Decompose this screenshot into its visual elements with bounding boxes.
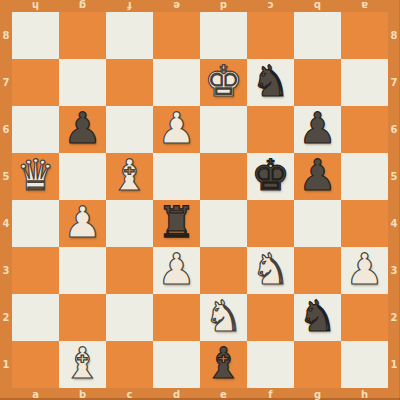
square-h7[interactable] [341,59,388,106]
square-h5[interactable] [341,153,388,200]
rank-label-4: 4 [388,200,400,247]
square-h2[interactable] [341,294,388,341]
square-a5[interactable]: ♛ [12,153,59,200]
square-f5[interactable]: ♚ [247,153,294,200]
square-b8[interactable] [59,12,106,59]
file-labels-bottom: abcdefgh [12,388,388,400]
white-pawn[interactable]: ♟ [157,105,196,152]
square-c5[interactable]: ♝ [106,153,153,200]
square-h6[interactable] [341,106,388,153]
file-label-b: b [59,388,106,400]
file-label-a: a [12,388,59,400]
square-g4[interactable] [294,200,341,247]
black-bishop[interactable]: ♝ [204,340,243,387]
square-f2[interactable] [247,294,294,341]
square-b2[interactable] [59,294,106,341]
white-knight[interactable]: ♞ [204,293,243,340]
file-label-d: d [153,388,200,400]
square-c2[interactable] [106,294,153,341]
white-knight[interactable]: ♞ [251,246,290,293]
rank-label-7: 7 [0,59,12,106]
square-d4[interactable]: ♜ [153,200,200,247]
square-d8[interactable] [153,12,200,59]
rank-labels-left: 87654321 [0,12,12,388]
square-h4[interactable] [341,200,388,247]
square-a8[interactable] [12,12,59,59]
file-label-d: d [200,0,247,12]
square-h8[interactable] [341,12,388,59]
file-label-e: e [200,388,247,400]
black-pawn[interactable]: ♟ [298,105,337,152]
file-label-h: h [341,388,388,400]
square-b6[interactable]: ♟ [59,106,106,153]
square-a4[interactable] [12,200,59,247]
square-a7[interactable] [12,59,59,106]
chess-board: ♚♞♟♟♟♛♝♚♟♟♜♟♞♟♞♞♝♝ [12,12,388,388]
square-c3[interactable] [106,247,153,294]
rank-label-6: 6 [0,106,12,153]
black-pawn[interactable]: ♟ [63,105,102,152]
black-knight[interactable]: ♞ [298,293,337,340]
file-label-g: g [59,0,106,12]
square-h3[interactable]: ♟ [341,247,388,294]
rank-label-3: 3 [388,247,400,294]
white-queen[interactable]: ♛ [16,152,55,199]
chess-board-frame: hgfedcba 87654321 87654321 abcdefgh ♚♞♟♟… [0,0,400,400]
square-c8[interactable] [106,12,153,59]
square-g5[interactable]: ♟ [294,153,341,200]
square-d3[interactable]: ♟ [153,247,200,294]
white-bishop[interactable]: ♝ [63,340,102,387]
square-g2[interactable]: ♞ [294,294,341,341]
file-label-e: e [153,0,200,12]
black-knight[interactable]: ♞ [251,58,290,105]
rank-label-5: 5 [388,153,400,200]
square-a3[interactable] [12,247,59,294]
square-b4[interactable]: ♟ [59,200,106,247]
square-h1[interactable] [341,341,388,388]
white-pawn[interactable]: ♟ [63,199,102,246]
square-d2[interactable] [153,294,200,341]
square-d1[interactable] [153,341,200,388]
rank-label-4: 4 [0,200,12,247]
file-label-h: h [12,0,59,12]
square-e7[interactable]: ♚ [200,59,247,106]
square-f7[interactable]: ♞ [247,59,294,106]
black-rook[interactable]: ♜ [157,199,196,246]
file-label-f: f [106,0,153,12]
square-g7[interactable] [294,59,341,106]
square-b7[interactable] [59,59,106,106]
square-d7[interactable] [153,59,200,106]
square-c7[interactable] [106,59,153,106]
file-label-g: g [294,388,341,400]
rank-label-7: 7 [388,59,400,106]
square-c4[interactable] [106,200,153,247]
file-label-f: f [247,388,294,400]
square-e8[interactable] [200,12,247,59]
black-king[interactable]: ♚ [251,152,290,199]
file-label-c: c [106,388,153,400]
black-pawn[interactable]: ♟ [298,152,337,199]
rank-label-1: 1 [388,341,400,388]
rank-label-8: 8 [388,12,400,59]
rank-label-2: 2 [0,294,12,341]
white-bishop[interactable]: ♝ [110,152,149,199]
square-c6[interactable] [106,106,153,153]
square-f1[interactable] [247,341,294,388]
file-labels-top: hgfedcba [12,0,388,12]
square-b3[interactable] [59,247,106,294]
white-pawn[interactable]: ♟ [345,246,384,293]
square-e4[interactable] [200,200,247,247]
square-g6[interactable]: ♟ [294,106,341,153]
file-label-b: b [294,0,341,12]
square-e6[interactable] [200,106,247,153]
square-f4[interactable] [247,200,294,247]
square-d5[interactable] [153,153,200,200]
square-e1[interactable]: ♝ [200,341,247,388]
square-g1[interactable] [294,341,341,388]
square-a1[interactable] [12,341,59,388]
rank-label-3: 3 [0,247,12,294]
rank-label-1: 1 [0,341,12,388]
rank-labels-right: 87654321 [388,12,400,388]
square-e3[interactable] [200,247,247,294]
square-d6[interactable]: ♟ [153,106,200,153]
square-g8[interactable] [294,12,341,59]
rank-label-2: 2 [388,294,400,341]
square-a6[interactable] [12,106,59,153]
square-e2[interactable]: ♞ [200,294,247,341]
rank-label-8: 8 [0,12,12,59]
rank-label-6: 6 [388,106,400,153]
white-king[interactable]: ♚ [204,58,243,105]
square-g3[interactable] [294,247,341,294]
square-f6[interactable] [247,106,294,153]
white-pawn[interactable]: ♟ [157,246,196,293]
file-label-a: a [341,0,388,12]
file-label-c: c [247,0,294,12]
square-f8[interactable] [247,12,294,59]
square-a2[interactable] [12,294,59,341]
rank-label-5: 5 [0,153,12,200]
square-c1[interactable] [106,341,153,388]
square-f3[interactable]: ♞ [247,247,294,294]
square-b1[interactable]: ♝ [59,341,106,388]
square-b5[interactable] [59,153,106,200]
square-e5[interactable] [200,153,247,200]
